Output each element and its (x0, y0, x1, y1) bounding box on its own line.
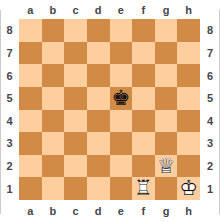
square-g7[interactable] (155, 42, 178, 65)
file-label-c: c (64, 0, 87, 19)
square-f7[interactable] (132, 42, 155, 65)
square-e2[interactable] (110, 155, 133, 178)
file-label-d: d (87, 0, 110, 19)
square-g3[interactable] (155, 132, 178, 155)
square-g2[interactable]: ♛♕ (155, 155, 178, 178)
rank-label-4: 4 (200, 110, 220, 133)
file-label-e: e (110, 200, 133, 222)
rank-label-1: 1 (0, 177, 19, 200)
square-e4[interactable] (110, 110, 133, 133)
square-b7[interactable] (42, 42, 65, 65)
file-label-g: g (155, 200, 178, 222)
rank-label-2: 2 (0, 155, 19, 178)
square-c6[interactable] (64, 64, 87, 87)
chess-diagram: abcdefgh 87654321 ♚♛♕♜♖♚♔ 87654321 abcde… (0, 0, 220, 222)
square-h1[interactable]: ♚♔ (177, 177, 200, 200)
square-e6[interactable] (110, 64, 133, 87)
square-f4[interactable] (132, 110, 155, 133)
square-h6[interactable] (177, 64, 200, 87)
file-label-f: f (132, 200, 155, 222)
square-d4[interactable] (87, 110, 110, 133)
square-b3[interactable] (42, 132, 65, 155)
square-d2[interactable] (87, 155, 110, 178)
file-label-h: h (177, 0, 200, 19)
rank-label-2: 2 (200, 155, 220, 178)
square-d5[interactable] (87, 87, 110, 110)
square-h5[interactable] (177, 87, 200, 110)
square-b5[interactable] (42, 87, 65, 110)
square-c1[interactable] (64, 177, 87, 200)
square-h8[interactable] (177, 19, 200, 42)
square-d7[interactable] (87, 42, 110, 65)
rank-label-8: 8 (200, 19, 220, 42)
right-frame-border (219, 10, 220, 214)
square-f3[interactable] (132, 132, 155, 155)
file-label-e: e (110, 0, 133, 19)
white-rook-piece[interactable]: ♜♖ (132, 177, 155, 200)
square-g1[interactable] (155, 177, 178, 200)
square-a4[interactable] (19, 110, 42, 133)
board: ♚♛♕♜♖♚♔ (19, 19, 200, 200)
board-layout: abcdefgh 87654321 ♚♛♕♜♖♚♔ 87654321 abcde… (0, 0, 220, 222)
square-c8[interactable] (64, 19, 87, 42)
square-c5[interactable] (64, 87, 87, 110)
rank-label-6: 6 (200, 64, 220, 87)
file-label-d: d (87, 200, 110, 222)
rank-label-6: 6 (0, 64, 19, 87)
square-e7[interactable] (110, 42, 133, 65)
square-g4[interactable] (155, 110, 178, 133)
file-labels-bottom: abcdefgh (19, 200, 200, 222)
square-h3[interactable] (177, 132, 200, 155)
square-d6[interactable] (87, 64, 110, 87)
rank-label-3: 3 (0, 132, 19, 155)
square-e5[interactable]: ♚ (110, 87, 133, 110)
square-h7[interactable] (177, 42, 200, 65)
square-h2[interactable] (177, 155, 200, 178)
file-labels-top: abcdefgh (19, 0, 200, 19)
file-label-g: g (155, 0, 178, 19)
square-d8[interactable] (87, 19, 110, 42)
square-b8[interactable] (42, 19, 65, 42)
square-e1[interactable] (110, 177, 133, 200)
square-d3[interactable] (87, 132, 110, 155)
file-label-h: h (177, 200, 200, 222)
left-frame-border (0, 10, 1, 214)
file-label-b: b (42, 200, 65, 222)
black-king-piece[interactable]: ♚ (110, 87, 133, 110)
file-label-c: c (64, 200, 87, 222)
file-label-a: a (19, 0, 42, 19)
square-a1[interactable] (19, 177, 42, 200)
file-label-a: a (19, 200, 42, 222)
square-g5[interactable] (155, 87, 178, 110)
square-c3[interactable] (64, 132, 87, 155)
rank-labels-left: 87654321 (0, 19, 19, 200)
rank-label-1: 1 (200, 177, 220, 200)
square-b6[interactable] (42, 64, 65, 87)
square-f1[interactable]: ♜♖ (132, 177, 155, 200)
rank-label-8: 8 (0, 19, 19, 42)
square-c2[interactable] (64, 155, 87, 178)
square-b2[interactable] (42, 155, 65, 178)
square-g6[interactable] (155, 64, 178, 87)
square-c4[interactable] (64, 110, 87, 133)
square-c7[interactable] (64, 42, 87, 65)
square-e3[interactable] (110, 132, 133, 155)
square-g8[interactable] (155, 19, 178, 42)
square-a6[interactable] (19, 64, 42, 87)
square-e8[interactable] (110, 19, 133, 42)
square-a2[interactable] (19, 155, 42, 178)
file-label-f: f (132, 0, 155, 19)
square-a8[interactable] (19, 19, 42, 42)
square-a7[interactable] (19, 42, 42, 65)
square-a5[interactable] (19, 87, 42, 110)
square-a3[interactable] (19, 132, 42, 155)
rank-labels-right: 87654321 (200, 19, 220, 200)
rank-label-5: 5 (200, 87, 220, 110)
rank-label-7: 7 (0, 42, 19, 65)
rank-label-3: 3 (200, 132, 220, 155)
white-king-piece[interactable]: ♚♔ (177, 177, 200, 200)
square-b4[interactable] (42, 110, 65, 133)
rank-label-5: 5 (0, 87, 19, 110)
file-label-b: b (42, 0, 65, 19)
rank-label-4: 4 (0, 110, 19, 133)
square-f6[interactable] (132, 64, 155, 87)
square-b1[interactable] (42, 177, 65, 200)
square-f2[interactable] (132, 155, 155, 178)
rank-label-7: 7 (200, 42, 220, 65)
square-h4[interactable] (177, 110, 200, 133)
square-d1[interactable] (87, 177, 110, 200)
square-f8[interactable] (132, 19, 155, 42)
white-queen-piece[interactable]: ♛♕ (155, 155, 178, 178)
square-f5[interactable] (132, 87, 155, 110)
